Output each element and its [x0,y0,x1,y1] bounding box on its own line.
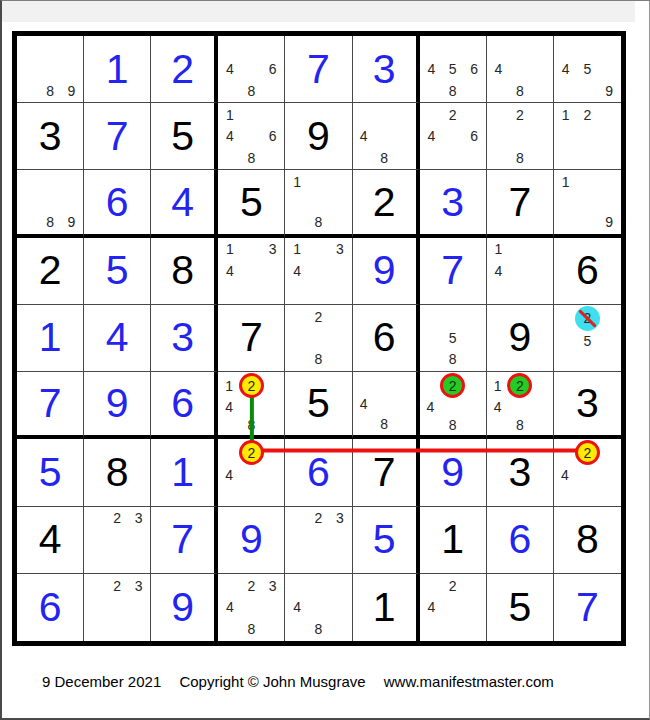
big-digit: 5 [84,238,150,304]
cell-r6c4[interactable]: 1248 [218,372,285,439]
cell-r7c2[interactable]: 8 [84,439,151,506]
cell-r2c2[interactable]: 7 [84,103,151,170]
big-digit: 1 [17,305,83,371]
big-digit: 9 [285,103,351,169]
candidate-6: 6 [262,126,283,147]
big-digit: 8 [554,507,621,573]
top-scrollbar-track[interactable] [2,1,635,22]
candidate-4: 4 [488,58,509,79]
big-digit: 3 [487,439,553,505]
candidate-8: 8 [239,416,264,434]
page: 8912468734568484593751468948246281289645… [0,0,650,720]
candidate-grid: 14 [488,239,552,303]
candidate-8: 8 [509,80,530,101]
candidate-3: 3 [329,508,350,529]
candidate-8: 8 [308,349,329,370]
big-digit: 6 [353,305,416,371]
cell-r9c5[interactable]: 48 [285,574,352,641]
big-digit: 3 [420,170,486,233]
cell-r4c8[interactable]: 14 [487,238,554,305]
cell-r1c9[interactable]: 459 [554,36,621,103]
candidate-8: 8 [241,618,262,640]
footer-site: www.manifestmaster.com [384,673,554,690]
big-digit: 8 [151,238,214,304]
cell-r5c1[interactable]: 1 [17,305,84,372]
big-digit: 5 [487,574,553,641]
cell-r7c6[interactable]: 7 [353,439,420,506]
candidate-grid: 1248 [219,373,283,434]
big-digit: 7 [151,507,214,573]
big-digit: 6 [17,574,83,641]
cell-r6c1[interactable]: 7 [17,372,84,439]
big-digit: 6 [487,507,553,573]
candidate-6: 6 [463,126,484,147]
chain-circle-2: 2 [239,373,264,398]
cell-r2c5[interactable]: 9 [285,103,352,170]
cell-r3c7[interactable]: 3 [420,170,487,237]
cell-r7c3[interactable]: 1 [151,439,218,506]
candidate-9: 9 [61,80,82,101]
big-digit: 3 [151,305,214,371]
candidate-8: 8 [39,212,60,232]
big-digit: 6 [285,439,351,505]
candidate-grid: 248 [421,373,485,434]
cell-r8c5[interactable]: 23 [285,507,352,574]
cell-r2c4[interactable]: 1468 [218,103,285,170]
cell-r1c6[interactable]: 3 [353,36,420,103]
big-digit: 7 [554,574,621,641]
cell-r7c8[interactable]: 3 [487,439,554,506]
candidate-5: 5 [575,331,600,351]
candidate-2: 2 [308,306,329,327]
candidate-grid: 28 [488,104,552,168]
big-digit: 1 [151,439,214,505]
big-digit: 7 [353,439,416,505]
candidate-8: 8 [374,414,394,434]
cell-r7c1[interactable]: 5 [17,439,84,506]
cell-r8c6[interactable]: 5 [353,507,420,574]
candidate-4: 4 [219,398,239,416]
candidate-8: 8 [442,80,463,101]
big-digit: 5 [353,507,416,573]
cell-r6c2[interactable]: 9 [84,372,151,439]
candidate-2: 2 [577,104,599,125]
cell-r8c3[interactable]: 7 [151,507,218,574]
candidate-4: 4 [286,260,307,281]
candidate-grid: 24 [555,440,620,504]
footer-copyright: Copyright © John Musgrave [179,673,365,690]
big-digit: 7 [487,170,553,233]
cell-r8c2[interactable]: 23 [84,507,151,574]
cell-r5c6[interactable]: 6 [353,305,420,372]
candidate-4: 4 [219,465,239,485]
candidate-4: 4 [286,597,307,619]
cell-r3c5[interactable]: 18 [285,170,352,237]
candidate-2: 2 [241,575,262,597]
footer: 9 December 2021 Copyright © John Musgrav… [2,673,649,690]
candidate-grid: 23 [85,508,149,572]
candidate-strike-icon [578,309,596,327]
big-digit: 2 [151,36,214,102]
cell-r6c6[interactable]: 48 [353,372,420,439]
candidate-grid: 12 [555,104,620,168]
candidate-4: 4 [219,58,240,79]
candidate-1: 1 [219,104,240,125]
candidate-grid: 23 [286,508,350,572]
candidate-8: 8 [241,147,262,168]
big-digit: 9 [84,372,150,435]
cell-r5c5[interactable]: 28 [285,305,352,372]
candidate-grid: 58 [421,306,485,370]
candidate-9: 9 [61,212,82,232]
cell-r3c9[interactable]: 19 [554,170,621,237]
candidate-2: 2 [106,508,127,529]
cell-r9c2[interactable]: 23 [84,574,151,641]
candidate-5: 5 [577,58,599,79]
big-digit: 3 [353,36,416,102]
candidate-grid: 48 [354,104,415,168]
candidate-1: 1 [555,171,577,191]
candidate-2: 2 [442,104,463,125]
candidate-grid: 48 [488,37,552,101]
candidate-4: 4 [488,260,509,281]
candidate-5: 5 [442,327,463,348]
candidate-4: 4 [354,126,374,147]
candidate-6: 6 [262,58,283,79]
candidate-8: 8 [374,147,394,168]
candidate-grid: 25 [555,306,620,370]
cell-r5c4[interactable]: 7 [218,305,285,372]
candidate-6: 6 [463,58,484,79]
cell-r9c7[interactable]: 24 [420,574,487,641]
candidate-1: 1 [488,373,508,398]
cell-r5c2[interactable]: 4 [84,305,151,372]
cell-r6c7[interactable]: 248 [420,372,487,439]
cell-r4c2[interactable]: 5 [84,238,151,305]
sudoku-grid: 8912468734568484593751468948246281289645… [12,31,626,646]
candidate-2: 2 [106,575,127,597]
candidate-8: 8 [442,349,463,370]
candidate-grid: 48 [286,575,350,640]
candidate-grid: 2348 [219,575,283,640]
cell-r8c7[interactable]: 1 [420,507,487,574]
cell-r1c8[interactable]: 48 [487,36,554,103]
cell-r8c1[interactable]: 4 [17,507,84,574]
candidate-grid: 1248 [488,373,552,434]
chain-circle-2: 2 [440,373,465,398]
cell-r7c7[interactable]: 9 [420,439,487,506]
cell-r4c7[interactable]: 7 [420,238,487,305]
big-digit: 9 [353,238,416,304]
cell-r3c6[interactable]: 2 [353,170,420,237]
cell-r7c5[interactable]: 6 [285,439,352,506]
cell-r3c3[interactable]: 4 [151,170,218,237]
big-digit: 2 [17,238,83,304]
cell-r3c1[interactable]: 89 [17,170,84,237]
big-digit: 2 [353,170,416,233]
big-digit: 4 [151,170,214,233]
chain-circle-2: 2 [507,373,532,398]
candidate-grid: 89 [18,37,82,101]
candidate-3: 3 [329,239,350,260]
big-digit: 5 [151,103,214,169]
candidate-grid: 24 [421,575,485,640]
cell-r2c8[interactable]: 28 [487,103,554,170]
cell-r3c8[interactable]: 7 [487,170,554,237]
big-digit: 7 [285,36,351,102]
cell-r9c6[interactable]: 1 [353,574,420,641]
candidate-grid: 28 [286,306,350,370]
candidate-grid: 468 [219,37,283,101]
candidate-2: 2 [509,104,530,125]
cell-r5c9[interactable]: 25 [554,305,621,372]
cell-r1c7[interactable]: 4568 [420,36,487,103]
candidate-1: 1 [219,373,239,398]
big-digit: 9 [218,507,284,573]
big-digit: 4 [84,305,150,371]
candidate-4: 4 [421,58,442,79]
big-digit: 7 [420,238,486,304]
candidate-grid: 23 [85,575,149,640]
candidate-3: 3 [262,575,283,597]
candidate-3: 3 [128,575,149,597]
big-digit: 5 [17,439,83,505]
big-digit: 3 [554,372,621,435]
cell-r6c3[interactable]: 6 [151,372,218,439]
cell-r5c3[interactable]: 3 [151,305,218,372]
cell-r4c4[interactable]: 134 [218,238,285,305]
candidate-5: 5 [442,58,463,79]
candidate-3: 3 [262,239,283,260]
cell-r5c8[interactable]: 9 [487,305,554,372]
big-digit: 5 [218,170,284,233]
cell-r1c3[interactable]: 2 [151,36,218,103]
cell-r2c6[interactable]: 48 [353,103,420,170]
candidate-4: 4 [421,126,442,147]
candidate-grid: 1468 [219,104,283,168]
footer-date: 9 December 2021 [42,673,161,690]
candidate-1: 1 [286,171,307,191]
cell-r6c8[interactable]: 1248 [487,372,554,439]
big-digit: 9 [420,439,486,505]
cell-r7c4[interactable]: 24 [218,439,285,506]
candidate-4: 4 [219,126,240,147]
cell-r4c9[interactable]: 6 [554,238,621,305]
cell-r3c4[interactable]: 5 [218,170,285,237]
candidate-1: 1 [555,104,577,125]
candidate-1: 1 [286,239,307,260]
cell-r8c9[interactable]: 8 [554,507,621,574]
cell-r8c4[interactable]: 9 [218,507,285,574]
cell-r4c5[interactable]: 134 [285,238,352,305]
candidate-2: 2 [442,575,463,597]
candidate-1: 1 [219,239,240,260]
candidate-4: 4 [421,597,442,619]
big-digit: 4 [17,507,83,573]
cell-r2c7[interactable]: 246 [420,103,487,170]
candidate-grid: 18 [286,171,350,232]
cell-r9c3[interactable]: 9 [151,574,218,641]
chain-circle-2: 2 [239,440,264,465]
cell-r3c2[interactable]: 6 [84,170,151,237]
big-digit: 7 [218,305,284,371]
cell-r1c5[interactable]: 7 [285,36,352,103]
candidate-8: 8 [39,80,60,101]
candidate-grid: 134 [286,239,350,303]
cell-r9c8[interactable]: 5 [487,574,554,641]
candidate-4: 4 [555,465,575,485]
candidate-4: 4 [421,398,441,416]
big-digit: 9 [487,305,553,371]
candidate-grid: 24 [219,440,283,504]
candidate-4: 4 [219,260,240,281]
candidate-grid: 459 [555,37,620,101]
cell-r7c9[interactable]: 24 [554,439,621,506]
candidate-grid: 19 [555,171,620,232]
candidate-8: 8 [509,147,530,168]
big-digit: 6 [554,238,621,304]
candidate-4: 4 [219,597,240,619]
candidate-grid: 48 [354,373,415,434]
candidate-grid: 246 [421,104,485,168]
cell-r9c4[interactable]: 2348 [218,574,285,641]
candidate-8: 8 [308,212,329,232]
candidate-3: 3 [128,508,149,529]
candidate-2: 2 [308,508,329,529]
big-digit: 1 [84,36,150,102]
cell-r6c9[interactable]: 3 [554,372,621,439]
big-digit: 5 [285,372,351,435]
cell-r4c1[interactable]: 2 [17,238,84,305]
candidate-1: 1 [488,239,509,260]
candidate-grid: 89 [18,171,82,232]
big-digit: 9 [151,574,214,641]
cell-r2c1[interactable]: 3 [17,103,84,170]
cell-r5c7[interactable]: 58 [420,305,487,372]
big-digit: 3 [17,103,83,169]
cell-r8c8[interactable]: 6 [487,507,554,574]
candidate-grid: 134 [219,239,283,303]
cell-r4c6[interactable]: 9 [353,238,420,305]
cell-r4c3[interactable]: 8 [151,238,218,305]
candidate-4: 4 [555,58,577,79]
candidate-9: 9 [598,80,620,101]
candidate-8: 8 [507,416,532,434]
big-digit: 1 [420,507,486,573]
cell-r1c1[interactable]: 89 [17,36,84,103]
cell-r9c1[interactable]: 6 [17,574,84,641]
cell-r6c5[interactable]: 5 [285,372,352,439]
cell-r1c4[interactable]: 468 [218,36,285,103]
cell-r9c9[interactable]: 7 [554,574,621,641]
cell-r1c2[interactable]: 1 [84,36,151,103]
candidate-4: 4 [488,398,508,416]
candidate-8: 8 [241,80,262,101]
chain-circle-2: 2 [575,440,600,465]
cell-r2c9[interactable]: 12 [554,103,621,170]
chain-circle-2: 2 [575,306,600,331]
big-digit: 7 [84,103,150,169]
big-digit: 6 [84,170,150,233]
candidate-8: 8 [440,416,465,434]
big-digit: 7 [17,372,83,435]
big-digit: 1 [353,574,416,641]
candidate-4: 4 [354,394,374,414]
candidate-9: 9 [598,212,620,232]
candidate-grid: 4568 [421,37,485,101]
cell-r2c3[interactable]: 5 [151,103,218,170]
big-digit: 8 [84,439,150,505]
big-digit: 6 [151,372,214,435]
candidate-8: 8 [308,618,329,640]
